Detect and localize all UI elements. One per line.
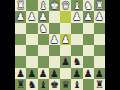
black-pawn-piece[interactable]: ♟ bbox=[72, 68, 81, 79]
square-d8[interactable]: ♛ bbox=[60, 79, 71, 90]
square-b8[interactable] bbox=[83, 79, 94, 90]
black-pawn-piece[interactable]: ♟ bbox=[39, 68, 48, 79]
square-g1[interactable] bbox=[26, 0, 37, 11]
white-rook-piece[interactable]: ♜ bbox=[16, 0, 25, 11]
square-g7[interactable]: ♟ bbox=[26, 68, 37, 79]
square-b4[interactable] bbox=[83, 34, 94, 45]
square-e7[interactable]: ♟ bbox=[49, 68, 60, 79]
square-c8[interactable]: ♝ bbox=[71, 79, 82, 90]
square-c1[interactable]: ♝ bbox=[71, 0, 82, 11]
square-c3[interactable] bbox=[71, 23, 82, 34]
square-f3[interactable]: ♞ bbox=[38, 23, 49, 34]
black-pawn-piece[interactable]: ♟ bbox=[95, 68, 104, 79]
square-a2[interactable]: ♟ bbox=[94, 11, 105, 22]
white-pawn-piece[interactable]: ♟ bbox=[95, 11, 104, 22]
square-c7[interactable]: ♟ bbox=[71, 68, 82, 79]
white-king-piece[interactable]: ♚ bbox=[50, 0, 59, 11]
white-bishop-piece[interactable]: ♝ bbox=[39, 0, 48, 11]
black-bishop-piece[interactable]: ♝ bbox=[72, 79, 81, 90]
white-queen-piece[interactable]: ♛ bbox=[61, 0, 70, 11]
square-h3[interactable] bbox=[15, 23, 26, 34]
black-pawn-piece[interactable]: ♟ bbox=[50, 68, 59, 79]
square-f8[interactable]: ♝ bbox=[38, 79, 49, 90]
square-f7[interactable]: ♟ bbox=[38, 68, 49, 79]
square-h4[interactable] bbox=[15, 34, 26, 45]
black-king-piece[interactable]: ♚ bbox=[50, 79, 59, 90]
square-b3[interactable] bbox=[83, 23, 94, 34]
white-pawn-piece[interactable]: ♟ bbox=[27, 11, 36, 22]
black-queen-piece[interactable]: ♛ bbox=[61, 79, 70, 90]
square-g2[interactable]: ♟ bbox=[26, 11, 37, 22]
square-g4[interactable] bbox=[26, 34, 37, 45]
black-pawn-piece[interactable]: ♟ bbox=[16, 68, 25, 79]
square-f5[interactable] bbox=[38, 45, 49, 56]
square-f4[interactable] bbox=[38, 34, 49, 45]
letterbox-right bbox=[105, 0, 120, 90]
black-rook-piece[interactable]: ♜ bbox=[95, 79, 104, 90]
square-h5[interactable] bbox=[15, 45, 26, 56]
square-g3[interactable] bbox=[26, 23, 37, 34]
square-e6[interactable] bbox=[49, 56, 60, 67]
square-d7[interactable] bbox=[60, 68, 71, 79]
square-e3[interactable] bbox=[49, 23, 60, 34]
square-h6[interactable] bbox=[15, 56, 26, 67]
square-f6[interactable] bbox=[38, 56, 49, 67]
square-a4[interactable] bbox=[94, 34, 105, 45]
square-d5[interactable] bbox=[60, 45, 71, 56]
square-d2[interactable] bbox=[60, 11, 71, 22]
black-bishop-piece[interactable]: ♝ bbox=[39, 79, 48, 90]
white-pawn-piece[interactable]: ♟ bbox=[61, 34, 70, 45]
square-e2[interactable] bbox=[49, 11, 60, 22]
black-pawn-piece[interactable]: ♟ bbox=[84, 68, 93, 79]
square-d6[interactable]: ♟ bbox=[60, 56, 71, 67]
square-g6[interactable] bbox=[26, 56, 37, 67]
square-a8[interactable]: ♜ bbox=[94, 79, 105, 90]
square-c5[interactable] bbox=[71, 45, 82, 56]
white-rook-piece[interactable]: ♜ bbox=[95, 0, 104, 11]
white-pawn-piece[interactable]: ♟ bbox=[72, 11, 81, 22]
square-c2[interactable]: ♟ bbox=[71, 11, 82, 22]
square-d3[interactable] bbox=[60, 23, 71, 34]
square-h7[interactable]: ♟ bbox=[15, 68, 26, 79]
square-b2[interactable]: ♟ bbox=[83, 11, 94, 22]
square-a5[interactable] bbox=[94, 45, 105, 56]
square-f2[interactable]: ♟ bbox=[38, 11, 49, 22]
white-pawn-piece[interactable]: ♟ bbox=[84, 11, 93, 22]
square-e1[interactable]: ♚ bbox=[49, 0, 60, 11]
square-h2[interactable]: ♟ bbox=[15, 11, 26, 22]
video-frame: ♜♝♚♛♝♞♜♟♟♟♟♟♟♞♟♟♟♞♟♟♟♟♟♟♟♜♞♝♚♛♝♜ bbox=[0, 0, 120, 90]
square-c6[interactable]: ♞ bbox=[71, 56, 82, 67]
square-a3[interactable] bbox=[94, 23, 105, 34]
square-g8[interactable]: ♞ bbox=[26, 79, 37, 90]
square-b6[interactable] bbox=[83, 56, 94, 67]
black-knight-piece[interactable]: ♞ bbox=[72, 56, 81, 67]
black-rook-piece[interactable]: ♜ bbox=[16, 79, 25, 90]
white-pawn-piece[interactable]: ♟ bbox=[50, 34, 59, 45]
white-knight-piece[interactable]: ♞ bbox=[39, 23, 48, 34]
square-f1[interactable]: ♝ bbox=[38, 0, 49, 11]
black-knight-piece[interactable]: ♞ bbox=[27, 79, 36, 90]
square-a6[interactable] bbox=[94, 56, 105, 67]
square-b1[interactable]: ♞ bbox=[83, 0, 94, 11]
white-pawn-piece[interactable]: ♟ bbox=[39, 11, 48, 22]
square-h1[interactable]: ♜ bbox=[15, 0, 26, 11]
square-e5[interactable] bbox=[49, 45, 60, 56]
square-b7[interactable]: ♟ bbox=[83, 68, 94, 79]
square-e4[interactable]: ♟ bbox=[49, 34, 60, 45]
square-e8[interactable]: ♚ bbox=[49, 79, 60, 90]
square-h8[interactable]: ♜ bbox=[15, 79, 26, 90]
square-d4[interactable]: ♟ bbox=[60, 34, 71, 45]
white-bishop-piece[interactable]: ♝ bbox=[72, 0, 81, 11]
white-knight-piece[interactable]: ♞ bbox=[84, 0, 93, 11]
letterbox-left bbox=[0, 0, 15, 90]
square-a7[interactable]: ♟ bbox=[94, 68, 105, 79]
square-c4[interactable] bbox=[71, 34, 82, 45]
white-pawn-piece[interactable]: ♟ bbox=[16, 11, 25, 22]
square-d1[interactable]: ♛ bbox=[60, 0, 71, 11]
square-g5[interactable] bbox=[26, 45, 37, 56]
square-a1[interactable]: ♜ bbox=[94, 0, 105, 11]
black-pawn-piece[interactable]: ♟ bbox=[61, 56, 70, 67]
black-pawn-piece[interactable]: ♟ bbox=[27, 68, 36, 79]
chess-board[interactable]: ♜♝♚♛♝♞♜♟♟♟♟♟♟♞♟♟♟♞♟♟♟♟♟♟♟♜♞♝♚♛♝♜ bbox=[15, 0, 105, 90]
square-b5[interactable] bbox=[83, 45, 94, 56]
